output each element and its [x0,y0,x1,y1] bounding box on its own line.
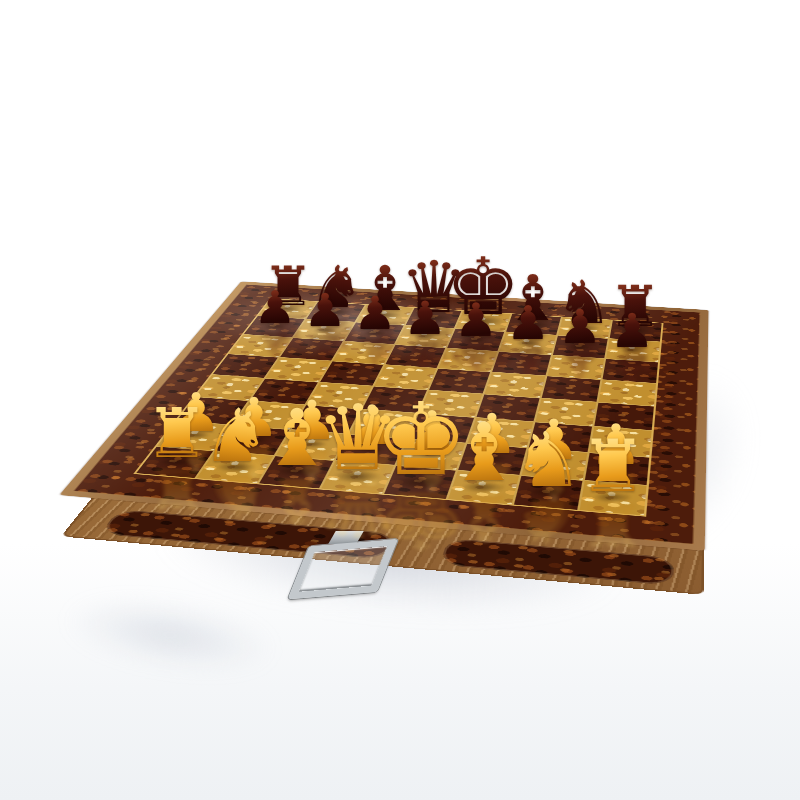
black-pawn-icon: ♟ [403,294,447,340]
white-rook-icon: ♜ [578,431,646,503]
black-pawn-icon: ♟ [303,288,346,334]
white-bishop-icon: ♝ [446,413,522,493]
black-pawn-icon: ♟ [610,307,655,354]
black-pawn-icon: ♟ [454,297,498,343]
black-pawn-icon: ♟ [353,291,397,337]
black-pawn-icon: ♟ [254,285,297,330]
black-pawn-icon: ♟ [557,304,601,351]
white-rook-icon: ♜ [144,398,209,467]
box-shadow-left [15,567,325,703]
amber-chess-set-photo: ♜♜♞♞♝♝♛♛♚♚♝♝♞♞♜♜♟♟♟♟♟♟♟♟♟♟♟♟♟♟♟♟♟♟♟♟♟♟♟♟… [0,0,800,800]
black-pawn-icon: ♟ [505,301,549,348]
white-knight-icon: ♞ [512,422,584,498]
